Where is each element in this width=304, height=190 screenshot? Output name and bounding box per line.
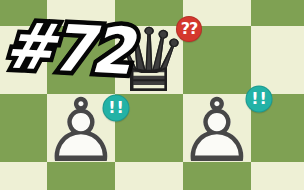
square-f4[interactable]	[251, 0, 304, 26]
episode-number: #72 #72	[0, 6, 138, 92]
square-f1[interactable]	[251, 162, 304, 190]
brilliant-badge-label: !!	[108, 100, 125, 116]
white-pawn-glyphs: ♟♙	[183, 97, 251, 165]
brilliant-badge-e2: !!	[246, 86, 273, 113]
square-f3[interactable]	[251, 26, 304, 94]
puzzle-thumbnail: ♛♕♟♙♟♙ ??!!!! #72 #72	[0, 0, 304, 190]
brilliant-badge-label: !!	[251, 91, 268, 107]
square-d1[interactable]	[115, 162, 183, 190]
brilliant-badge-c2: !!	[103, 95, 130, 122]
blunder-badge-label: ??	[181, 21, 198, 37]
square-b1[interactable]	[0, 162, 47, 190]
episode-number-text: #72	[3, 8, 132, 88]
white-pawn[interactable]: ♟♙	[183, 97, 251, 165]
blunder-badge-d3: ??	[176, 16, 202, 42]
square-b2[interactable]	[0, 94, 47, 162]
